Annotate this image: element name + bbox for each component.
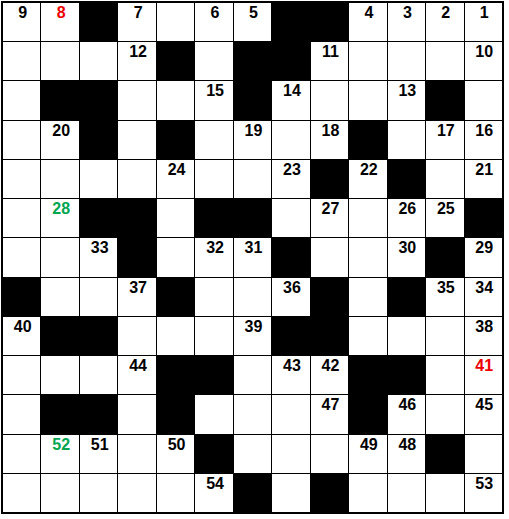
cell-r4-c2[interactable] [80,160,117,198]
clue-number-36: 36 [273,278,309,297]
cell-r10-c3[interactable] [118,395,155,433]
cell-r7-c3[interactable]: 37 [118,278,155,316]
cell-r7-c7[interactable]: 36 [272,278,309,316]
cell-r7-c5[interactable] [195,278,232,316]
cell-r0-c10[interactable]: 3 [388,3,425,41]
cell-r5-c8[interactable]: 27 [311,199,348,237]
clue-number-34: 34 [466,278,502,297]
block-cell-r2-c11 [426,81,463,119]
block-cell-r6-c11 [426,238,463,276]
block-cell-r7-c4 [157,278,194,316]
clue-number-12: 12 [119,42,155,61]
cell-r3-c8[interactable]: 18 [311,121,348,159]
block-cell-r7-c0 [3,278,40,316]
clue-number-30: 30 [389,238,425,257]
clue-number-8: 8 [42,3,78,22]
clue-number-37: 37 [119,278,155,297]
cell-r1-c9[interactable] [349,42,386,80]
clue-number-50: 50 [158,435,194,454]
clue-number-51: 51 [81,435,117,454]
block-cell-r12-c6 [234,474,271,512]
clue-number-11: 11 [312,42,348,61]
cell-r5-c9[interactable] [349,199,386,237]
cell-r6-c0[interactable] [3,238,40,276]
block-cell-r2-c6 [234,81,271,119]
clue-number-26: 26 [389,199,425,218]
cell-r8-c10[interactable] [388,317,425,355]
cell-r0-c9[interactable]: 4 [349,3,386,41]
cell-r2-c7[interactable]: 14 [272,81,309,119]
block-cell-r0-c2 [80,3,117,41]
block-cell-r5-c6 [234,199,271,237]
cell-r2-c9[interactable] [349,81,386,119]
clue-number-35: 35 [427,278,463,297]
cell-r9-c7[interactable]: 43 [272,356,309,394]
cell-r6-c8[interactable] [311,238,348,276]
cell-r12-c4[interactable] [157,474,194,512]
cell-r0-c1[interactable]: 8 [41,3,78,41]
cell-r3-c11[interactable]: 17 [426,121,463,159]
block-cell-r4-c10 [388,160,425,198]
cell-r4-c11[interactable] [426,160,463,198]
cell-r8-c5[interactable] [195,317,232,355]
cell-r12-c10[interactable] [388,474,425,512]
cell-r8-c9[interactable] [349,317,386,355]
cell-r2-c5[interactable]: 15 [195,81,232,119]
block-cell-r8-c1 [41,317,78,355]
cell-r7-c12[interactable]: 34 [465,278,502,316]
block-cell-r7-c10 [388,278,425,316]
cell-r9-c2[interactable] [80,356,117,394]
cell-r9-c6[interactable] [234,356,271,394]
block-cell-r9-c10 [388,356,425,394]
cell-r0-c5[interactable]: 6 [195,3,232,41]
clue-number-20: 20 [42,121,78,140]
cell-r3-c7[interactable] [272,121,309,159]
clue-number-52: 52 [42,435,78,454]
cell-r11-c6[interactable] [234,435,271,473]
cell-r11-c7[interactable] [272,435,309,473]
block-cell-r9-c9 [349,356,386,394]
clue-number-27: 27 [312,199,348,218]
cell-r9-c8[interactable]: 42 [311,356,348,394]
cell-r4-c7[interactable]: 23 [272,160,309,198]
cell-r1-c11[interactable] [426,42,463,80]
cell-r3-c3[interactable] [118,121,155,159]
clue-number-32: 32 [196,238,232,257]
cell-r3-c12[interactable]: 16 [465,121,502,159]
cell-r12-c0[interactable] [3,474,40,512]
block-cell-r9-c5 [195,356,232,394]
clue-number-29: 29 [466,238,502,257]
cell-r3-c5[interactable] [195,121,232,159]
cell-r6-c6[interactable]: 31 [234,238,271,276]
cell-r1-c12[interactable]: 10 [465,42,502,80]
cell-r2-c0[interactable] [3,81,40,119]
cell-r9-c11[interactable] [426,356,463,394]
cell-r4-c1[interactable] [41,160,78,198]
cell-r7-c1[interactable] [41,278,78,316]
clue-number-49: 49 [350,435,386,454]
cell-r4-c5[interactable] [195,160,232,198]
cell-r9-c12[interactable]: 41 [465,356,502,394]
block-cell-r0-c8 [311,3,348,41]
cell-r0-c3[interactable]: 7 [118,3,155,41]
block-cell-r5-c12 [465,199,502,237]
cell-r2-c4[interactable] [157,81,194,119]
clue-number-10: 10 [466,42,502,61]
clue-number-9: 9 [4,3,40,22]
block-cell-r11-c5 [195,435,232,473]
cell-r12-c9[interactable] [349,474,386,512]
cell-r4-c0[interactable] [3,160,40,198]
cell-r3-c0[interactable] [3,121,40,159]
cell-r10-c12[interactable]: 45 [465,395,502,433]
cell-r6-c9[interactable] [349,238,386,276]
clue-number-14: 14 [273,81,309,100]
cell-r9-c0[interactable] [3,356,40,394]
cell-r9-c1[interactable] [41,356,78,394]
cell-r10-c6[interactable] [234,395,271,433]
cell-r2-c10[interactable]: 13 [388,81,425,119]
block-cell-r0-c7 [272,3,309,41]
crossword-board: 9876543211211101514132019181716242322212… [1,1,504,514]
cell-r10-c7[interactable] [272,395,309,433]
cell-r7-c2[interactable] [80,278,117,316]
block-cell-r5-c2 [80,199,117,237]
clue-number-33: 33 [81,238,117,257]
block-cell-r3-c4 [157,121,194,159]
cell-r8-c3[interactable] [118,317,155,355]
cell-r1-c3[interactable]: 12 [118,42,155,80]
cell-r11-c12[interactable] [465,435,502,473]
cell-r5-c7[interactable] [272,199,309,237]
cell-r4-c12[interactable]: 21 [465,160,502,198]
block-cell-r2-c2 [80,81,117,119]
cell-r11-c0[interactable] [3,435,40,473]
block-cell-r8-c2 [80,317,117,355]
block-cell-r7-c8 [311,278,348,316]
cell-r6-c10[interactable]: 30 [388,238,425,276]
cell-r0-c11[interactable]: 2 [426,3,463,41]
clue-number-48: 48 [389,435,425,454]
block-cell-r1-c4 [157,42,194,80]
cell-r0-c12[interactable]: 1 [465,3,502,41]
clue-number-53: 53 [466,474,502,493]
cell-r3-c10[interactable] [388,121,425,159]
cell-r5-c0[interactable] [3,199,40,237]
cell-r12-c5[interactable]: 54 [195,474,232,512]
cell-r12-c12[interactable]: 53 [465,474,502,512]
clue-number-47: 47 [312,395,348,414]
cell-r0-c0[interactable]: 9 [3,3,40,41]
block-cell-r5-c5 [195,199,232,237]
cell-r11-c9[interactable]: 49 [349,435,386,473]
clue-number-54: 54 [196,474,232,493]
clue-number-24: 24 [158,160,194,179]
cell-r1-c10[interactable] [388,42,425,80]
block-cell-r10-c1 [41,395,78,433]
block-cell-r8-c8 [311,317,348,355]
cell-r3-c6[interactable]: 19 [234,121,271,159]
cell-r12-c1[interactable] [41,474,78,512]
cell-r3-c1[interactable]: 20 [41,121,78,159]
cell-r10-c10[interactable]: 46 [388,395,425,433]
clue-number-5: 5 [235,3,271,22]
cell-r4-c4[interactable]: 24 [157,160,194,198]
clue-number-2: 2 [427,3,463,22]
cell-r6-c4[interactable] [157,238,194,276]
cell-r12-c3[interactable] [118,474,155,512]
block-cell-r6-c7 [272,238,309,276]
cell-r11-c8[interactable] [311,435,348,473]
clue-number-42: 42 [312,356,348,375]
clue-number-3: 3 [389,3,425,22]
cell-r11-c1[interactable]: 52 [41,435,78,473]
cell-r1-c1[interactable] [41,42,78,80]
clue-number-39: 39 [235,317,271,336]
cell-r7-c9[interactable] [349,278,386,316]
cell-r11-c10[interactable]: 48 [388,435,425,473]
clue-number-17: 17 [427,121,463,140]
clue-number-31: 31 [235,238,271,257]
clue-number-16: 16 [466,121,502,140]
cell-r2-c8[interactable] [311,81,348,119]
cell-r10-c8[interactable]: 47 [311,395,348,433]
clue-number-41: 41 [466,356,502,375]
clue-number-18: 18 [312,121,348,140]
cell-r10-c0[interactable] [3,395,40,433]
cell-r2-c12[interactable] [465,81,502,119]
cell-r4-c9[interactable]: 22 [349,160,386,198]
cell-r11-c4[interactable]: 50 [157,435,194,473]
block-cell-r10-c9 [349,395,386,433]
cell-r10-c5[interactable] [195,395,232,433]
cell-r1-c8[interactable]: 11 [311,42,348,80]
cell-r5-c4[interactable] [157,199,194,237]
clue-number-43: 43 [273,356,309,375]
cell-r6-c12[interactable]: 29 [465,238,502,276]
cell-r1-c2[interactable] [80,42,117,80]
cell-r6-c1[interactable] [41,238,78,276]
cell-r8-c6[interactable]: 39 [234,317,271,355]
block-cell-r2-c1 [41,81,78,119]
clue-number-1: 1 [466,3,502,22]
block-cell-r9-c4 [157,356,194,394]
cell-r8-c4[interactable] [157,317,194,355]
cell-r9-c3[interactable]: 44 [118,356,155,394]
cell-r11-c2[interactable]: 51 [80,435,117,473]
clue-number-4: 4 [350,3,386,22]
block-cell-r10-c4 [157,395,194,433]
cell-r1-c0[interactable] [3,42,40,80]
cell-r8-c11[interactable] [426,317,463,355]
clue-number-44: 44 [119,356,155,375]
cell-r0-c4[interactable] [157,3,194,41]
block-cell-r1-c7 [272,42,309,80]
block-cell-r4-c8 [311,160,348,198]
cell-r6-c5[interactable]: 32 [195,238,232,276]
block-cell-r6-c3 [118,238,155,276]
cell-r11-c3[interactable] [118,435,155,473]
block-cell-r8-c7 [272,317,309,355]
clue-number-46: 46 [389,395,425,414]
clue-number-15: 15 [196,81,232,100]
clue-number-23: 23 [273,160,309,179]
clue-number-13: 13 [389,81,425,100]
cell-r5-c10[interactable]: 26 [388,199,425,237]
block-cell-r12-c8 [311,474,348,512]
clue-number-6: 6 [196,3,232,22]
clue-number-28: 28 [42,199,78,218]
clue-number-45: 45 [466,395,502,414]
clue-number-7: 7 [119,3,155,22]
block-cell-r11-c11 [426,435,463,473]
block-cell-r3-c9 [349,121,386,159]
cell-r12-c7[interactable] [272,474,309,512]
cell-r4-c6[interactable] [234,160,271,198]
cell-r7-c11[interactable]: 35 [426,278,463,316]
cell-r8-c0[interactable]: 40 [3,317,40,355]
clue-number-19: 19 [235,121,271,140]
clue-number-22: 22 [350,160,386,179]
cell-r5-c11[interactable]: 25 [426,199,463,237]
cell-r4-c3[interactable] [118,160,155,198]
cell-r12-c2[interactable] [80,474,117,512]
block-cell-r5-c3 [118,199,155,237]
block-cell-r10-c2 [80,395,117,433]
cell-r10-c11[interactable] [426,395,463,433]
cell-r5-c1[interactable]: 28 [41,199,78,237]
cell-r8-c12[interactable]: 38 [465,317,502,355]
cell-r6-c2[interactable]: 33 [80,238,117,276]
clue-number-21: 21 [466,160,502,179]
block-cell-r1-c6 [234,42,271,80]
clue-number-38: 38 [466,317,502,336]
clue-number-40: 40 [4,317,40,336]
cell-r2-c3[interactable] [118,81,155,119]
cell-r0-c6[interactable]: 5 [234,3,271,41]
cell-r12-c11[interactable] [426,474,463,512]
cell-r1-c5[interactable] [195,42,232,80]
clue-number-25: 25 [427,199,463,218]
block-cell-r3-c2 [80,121,117,159]
cell-r7-c6[interactable] [234,278,271,316]
